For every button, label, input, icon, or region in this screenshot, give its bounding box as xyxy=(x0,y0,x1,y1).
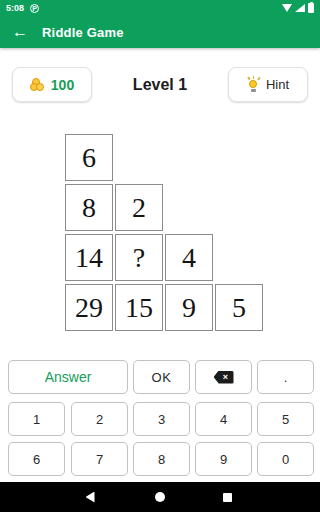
pyramid-cell-r1c1: 6 xyxy=(65,134,113,181)
pyramid-board: 6 8 2 14 ? 4 29 15 9 5 xyxy=(65,134,263,331)
lightbulb-icon xyxy=(247,77,260,92)
pyramid-cell-r3c2-unknown: ? xyxy=(115,234,163,281)
app-title: Riddle Game xyxy=(42,25,124,40)
pyramid-cell-r4c2: 15 xyxy=(115,284,163,331)
back-button[interactable]: ← xyxy=(0,16,40,48)
home-circle-icon xyxy=(155,492,165,502)
status-left-cluster: 5:08 P xyxy=(6,0,39,16)
pyramid-cell-r4c1: 29 xyxy=(65,284,113,331)
key-8[interactable]: 8 xyxy=(133,442,190,476)
ok-button[interactable]: OK xyxy=(133,360,190,394)
key-2[interactable]: 2 xyxy=(71,402,128,436)
key-6[interactable]: 6 xyxy=(8,442,65,476)
app-bar: ← Riddle Game xyxy=(0,16,320,48)
backspace-icon: × xyxy=(214,371,234,384)
key-1[interactable]: 1 xyxy=(8,402,65,436)
pyramid-cell-r2c2: 2 xyxy=(115,184,163,231)
wifi-icon xyxy=(282,4,292,12)
key-5[interactable]: 5 xyxy=(257,402,314,436)
key-4[interactable]: 4 xyxy=(195,402,252,436)
nav-recents-button[interactable] xyxy=(212,482,242,512)
status-bar: 5:08 P xyxy=(0,0,320,16)
hint-label: Hint xyxy=(266,77,289,92)
nav-back-button[interactable] xyxy=(75,482,105,512)
backspace-button[interactable]: × xyxy=(195,360,252,394)
pyramid-cell-r3c1: 14 xyxy=(65,234,113,281)
pyramid-cell-r4c4: 5 xyxy=(215,284,263,331)
pyramid-cell-r3c3: 4 xyxy=(165,234,213,281)
p-notification-icon: P xyxy=(30,4,39,13)
key-9[interactable]: 9 xyxy=(195,442,252,476)
signal-icon xyxy=(295,4,305,12)
riddle-game-screen: 5:08 P ← Riddle Game 100 Level 1 Hint 6 … xyxy=(0,0,320,512)
nav-home-button[interactable] xyxy=(145,482,175,512)
battery-icon xyxy=(308,3,314,13)
answer-field[interactable]: Answer xyxy=(8,360,128,394)
recents-square-icon xyxy=(223,493,232,502)
pyramid-cell-r2c1: 8 xyxy=(65,184,113,231)
back-triangle-icon xyxy=(86,492,95,503)
arrow-left-icon: ← xyxy=(12,23,28,41)
clock-text: 5:08 xyxy=(6,3,24,13)
dot-button[interactable]: . xyxy=(257,360,314,394)
key-7[interactable]: 7 xyxy=(71,442,128,476)
pyramid-cell-r4c3: 9 xyxy=(165,284,213,331)
hint-button[interactable]: Hint xyxy=(228,67,308,102)
status-right-cluster xyxy=(282,0,314,16)
key-3[interactable]: 3 xyxy=(133,402,190,436)
android-nav-bar xyxy=(0,482,320,512)
key-0[interactable]: 0 xyxy=(257,442,314,476)
